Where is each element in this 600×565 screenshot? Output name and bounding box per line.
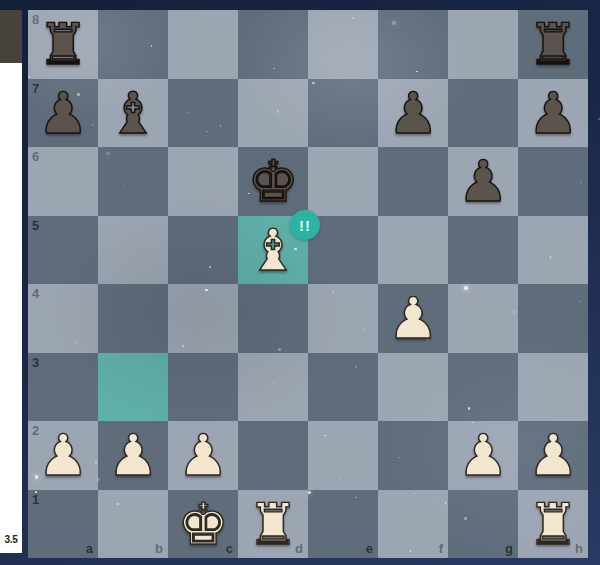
- square-f1[interactable]: f: [378, 490, 448, 559]
- white-rook-h1[interactable]: ♜: [527, 490, 578, 558]
- square-b8[interactable]: [98, 10, 168, 79]
- square-a1[interactable]: 1a: [28, 490, 98, 559]
- square-a7[interactable]: 7♟: [28, 79, 98, 148]
- square-g1[interactable]: g: [448, 490, 518, 559]
- square-e8[interactable]: [308, 10, 378, 79]
- square-b3[interactable]: [98, 353, 168, 422]
- square-g3[interactable]: [448, 353, 518, 422]
- square-c8[interactable]: [168, 10, 238, 79]
- square-a3[interactable]: 3: [28, 353, 98, 422]
- square-a5[interactable]: 5: [28, 216, 98, 285]
- black-rook-a8[interactable]: ♜: [37, 10, 88, 78]
- square-f6[interactable]: [378, 147, 448, 216]
- square-d8[interactable]: [238, 10, 308, 79]
- white-pawn-g2[interactable]: ♟: [457, 421, 508, 489]
- file-label-e: e: [366, 542, 373, 555]
- square-a4[interactable]: 4: [28, 284, 98, 353]
- square-g4[interactable]: [448, 284, 518, 353]
- square-h6[interactable]: [518, 147, 588, 216]
- square-d7[interactable]: [238, 79, 308, 148]
- white-pawn-h2[interactable]: ♟: [527, 421, 578, 489]
- square-d1[interactable]: d♜: [238, 490, 308, 559]
- square-a8[interactable]: 8♜: [28, 10, 98, 79]
- square-a6[interactable]: 6: [28, 147, 98, 216]
- square-c6[interactable]: [168, 147, 238, 216]
- square-b7[interactable]: ♝: [98, 79, 168, 148]
- white-pawn-a2[interactable]: ♟: [37, 421, 88, 489]
- black-pawn-g6[interactable]: ♟: [457, 147, 508, 215]
- white-rook-d1[interactable]: ♜: [247, 490, 298, 558]
- white-pawn-f4[interactable]: ♟: [387, 284, 438, 352]
- eval-bar-white-section: 3.5: [0, 63, 22, 553]
- square-e3[interactable]: [308, 353, 378, 422]
- white-pawn-b2[interactable]: ♟: [107, 421, 158, 489]
- square-e7[interactable]: [308, 79, 378, 148]
- square-d2[interactable]: [238, 421, 308, 490]
- square-h2[interactable]: ♟: [518, 421, 588, 490]
- rank-label-6: 6: [32, 150, 39, 163]
- eval-bar: 3.5: [0, 10, 22, 553]
- square-g7[interactable]: [448, 79, 518, 148]
- square-e4[interactable]: [308, 284, 378, 353]
- brilliant-move-badge: !!: [290, 210, 320, 240]
- square-b1[interactable]: b: [98, 490, 168, 559]
- white-pawn-c2[interactable]: ♟: [177, 421, 228, 489]
- square-g8[interactable]: [448, 10, 518, 79]
- file-label-g: g: [505, 542, 513, 555]
- square-h7[interactable]: ♟: [518, 79, 588, 148]
- eval-score: 3.5: [4, 534, 17, 553]
- square-c7[interactable]: [168, 79, 238, 148]
- square-h3[interactable]: [518, 353, 588, 422]
- rank-label-4: 4: [32, 287, 39, 300]
- square-c3[interactable]: [168, 353, 238, 422]
- square-c1[interactable]: c♚: [168, 490, 238, 559]
- square-f8[interactable]: [378, 10, 448, 79]
- rank-label-5: 5: [32, 219, 39, 232]
- file-label-f: f: [439, 542, 443, 555]
- square-f4[interactable]: ♟: [378, 284, 448, 353]
- square-h5[interactable]: [518, 216, 588, 285]
- black-king-d6[interactable]: ♚: [247, 147, 298, 215]
- white-king-c1[interactable]: ♚: [177, 490, 228, 558]
- black-bishop-b7[interactable]: ♝: [107, 79, 158, 147]
- square-a2[interactable]: 2♟: [28, 421, 98, 490]
- square-f2[interactable]: [378, 421, 448, 490]
- square-g6[interactable]: ♟: [448, 147, 518, 216]
- square-h8[interactable]: ♜: [518, 10, 588, 79]
- square-e6[interactable]: [308, 147, 378, 216]
- chess-app-screen: 3.5 8♜♜7♟♝♟♟6♚♟5♝4♟32♟♟♟♟♟1abc♚d♜efgh♜!!: [0, 0, 600, 565]
- square-h4[interactable]: [518, 284, 588, 353]
- eval-bar-black-section: [0, 10, 22, 63]
- rank-label-1: 1: [32, 493, 39, 506]
- square-d3[interactable]: [238, 353, 308, 422]
- square-d6[interactable]: ♚: [238, 147, 308, 216]
- square-b6[interactable]: [98, 147, 168, 216]
- square-c5[interactable]: [168, 216, 238, 285]
- black-rook-h8[interactable]: ♜: [527, 10, 578, 78]
- square-b4[interactable]: [98, 284, 168, 353]
- square-g5[interactable]: [448, 216, 518, 285]
- black-pawn-h7[interactable]: ♟: [527, 79, 578, 147]
- black-pawn-f7[interactable]: ♟: [387, 79, 438, 147]
- square-e2[interactable]: [308, 421, 378, 490]
- square-h1[interactable]: h♜: [518, 490, 588, 559]
- square-f7[interactable]: ♟: [378, 79, 448, 148]
- black-pawn-a7[interactable]: ♟: [37, 79, 88, 147]
- square-b2[interactable]: ♟: [98, 421, 168, 490]
- square-b5[interactable]: [98, 216, 168, 285]
- file-label-a: a: [86, 542, 93, 555]
- square-d4[interactable]: [238, 284, 308, 353]
- square-g2[interactable]: ♟: [448, 421, 518, 490]
- square-c4[interactable]: [168, 284, 238, 353]
- square-f5[interactable]: [378, 216, 448, 285]
- square-c2[interactable]: ♟: [168, 421, 238, 490]
- square-e1[interactable]: e: [308, 490, 378, 559]
- rank-label-3: 3: [32, 356, 39, 369]
- chess-board: 8♜♜7♟♝♟♟6♚♟5♝4♟32♟♟♟♟♟1abc♚d♜efgh♜!!: [28, 10, 588, 558]
- file-label-b: b: [155, 542, 163, 555]
- square-f3[interactable]: [378, 353, 448, 422]
